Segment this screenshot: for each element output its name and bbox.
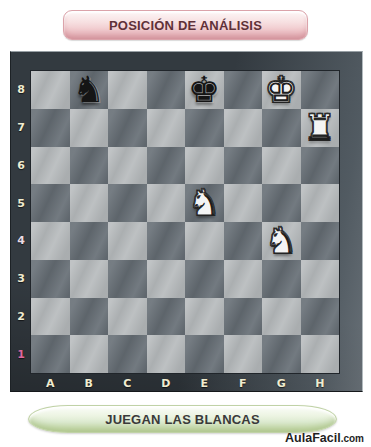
- white-rook: ♜: [304, 110, 336, 146]
- square-h4[interactable]: [301, 222, 340, 260]
- square-c3[interactable]: [108, 260, 147, 298]
- square-b5[interactable]: [70, 184, 109, 222]
- square-b8[interactable]: ♞: [70, 71, 109, 109]
- square-d2[interactable]: [147, 298, 186, 336]
- square-c4[interactable]: [108, 222, 147, 260]
- file-label-b: B: [70, 373, 109, 393]
- square-a1[interactable]: [31, 335, 70, 373]
- rank-label-8: 8: [11, 71, 31, 109]
- square-e5[interactable]: ♞: [185, 184, 224, 222]
- square-a5[interactable]: [31, 184, 70, 222]
- black-knight: ♞: [73, 72, 105, 108]
- file-label-a: A: [31, 373, 70, 393]
- square-a4[interactable]: [31, 222, 70, 260]
- rank-label-5: 5: [11, 184, 31, 222]
- square-g1[interactable]: [262, 335, 301, 373]
- square-h5[interactable]: [301, 184, 340, 222]
- file-labels: ABCDEFGH: [31, 373, 339, 393]
- analysis-diagram: POSICIÓN DE ANÁLISIS 87654321 ♞♚♚♜♞♞ ABC…: [0, 0, 371, 447]
- analysis-title-text: POSICIÓN DE ANÁLISIS: [109, 18, 262, 33]
- square-f7[interactable]: [224, 109, 263, 147]
- rank-label-6: 6: [11, 147, 31, 185]
- square-d8[interactable]: [147, 71, 186, 109]
- square-h1[interactable]: [301, 335, 340, 373]
- white-to-move-banner: JUEGAN LAS BLANCAS: [28, 405, 337, 433]
- square-c2[interactable]: [108, 298, 147, 336]
- square-f1[interactable]: [224, 335, 263, 373]
- square-c7[interactable]: [108, 109, 147, 147]
- square-a7[interactable]: [31, 109, 70, 147]
- rank-label-4: 4: [11, 222, 31, 260]
- square-f8[interactable]: [224, 71, 263, 109]
- rank-label-7: 7: [11, 109, 31, 147]
- square-g7[interactable]: [262, 109, 301, 147]
- square-e7[interactable]: [185, 109, 224, 147]
- square-d6[interactable]: [147, 147, 186, 185]
- black-king: ♚: [188, 72, 220, 108]
- square-g5[interactable]: [262, 184, 301, 222]
- square-f2[interactable]: [224, 298, 263, 336]
- square-h3[interactable]: [301, 260, 340, 298]
- square-h2[interactable]: [301, 298, 340, 336]
- chess-board-frame: 87654321 ♞♚♚♜♞♞ ABCDEFGH: [10, 51, 363, 392]
- square-d7[interactable]: [147, 109, 186, 147]
- square-a2[interactable]: [31, 298, 70, 336]
- square-d3[interactable]: [147, 260, 186, 298]
- square-a6[interactable]: [31, 147, 70, 185]
- square-c1[interactable]: [108, 335, 147, 373]
- white-knight: ♞: [265, 223, 297, 259]
- square-b1[interactable]: [70, 335, 109, 373]
- square-h8[interactable]: [301, 71, 340, 109]
- file-label-d: D: [147, 373, 186, 393]
- square-h6[interactable]: [301, 147, 340, 185]
- square-d5[interactable]: [147, 184, 186, 222]
- square-b3[interactable]: [70, 260, 109, 298]
- site-tld: .com: [341, 433, 364, 444]
- white-to-move-text: JUEGAN LAS BLANCAS: [105, 412, 260, 427]
- square-g8[interactable]: ♚: [262, 71, 301, 109]
- square-f3[interactable]: [224, 260, 263, 298]
- square-e2[interactable]: [185, 298, 224, 336]
- file-label-h: H: [301, 373, 340, 393]
- white-knight: ♞: [188, 185, 220, 221]
- rank-label-3: 3: [11, 260, 31, 298]
- square-e1[interactable]: [185, 335, 224, 373]
- chess-board-grid: ♞♚♚♜♞♞: [31, 71, 339, 373]
- square-f4[interactable]: [224, 222, 263, 260]
- square-f5[interactable]: [224, 184, 263, 222]
- square-d1[interactable]: [147, 335, 186, 373]
- square-a8[interactable]: [31, 71, 70, 109]
- file-label-e: E: [185, 373, 224, 393]
- file-label-f: F: [224, 373, 263, 393]
- site-name: AulaFacil: [285, 431, 341, 445]
- square-g6[interactable]: [262, 147, 301, 185]
- rank-label-1: 1: [11, 335, 31, 373]
- square-c5[interactable]: [108, 184, 147, 222]
- file-label-g: G: [262, 373, 301, 393]
- square-e3[interactable]: [185, 260, 224, 298]
- square-d4[interactable]: [147, 222, 186, 260]
- analysis-title-banner: POSICIÓN DE ANÁLISIS: [63, 10, 308, 40]
- square-g3[interactable]: [262, 260, 301, 298]
- square-b2[interactable]: [70, 298, 109, 336]
- square-g4[interactable]: ♞: [262, 222, 301, 260]
- square-g2[interactable]: [262, 298, 301, 336]
- square-f6[interactable]: [224, 147, 263, 185]
- square-e6[interactable]: [185, 147, 224, 185]
- site-watermark: AulaFacil.com: [285, 430, 364, 446]
- square-h7[interactable]: ♜: [301, 109, 340, 147]
- rank-labels: 87654321: [11, 71, 31, 373]
- square-e4[interactable]: [185, 222, 224, 260]
- rank-label-2: 2: [11, 298, 31, 336]
- square-b4[interactable]: [70, 222, 109, 260]
- white-king: ♚: [265, 72, 297, 108]
- square-b7[interactable]: [70, 109, 109, 147]
- square-c6[interactable]: [108, 147, 147, 185]
- square-e8[interactable]: ♚: [185, 71, 224, 109]
- square-a3[interactable]: [31, 260, 70, 298]
- square-c8[interactable]: [108, 71, 147, 109]
- file-label-c: C: [108, 373, 147, 393]
- square-b6[interactable]: [70, 147, 109, 185]
